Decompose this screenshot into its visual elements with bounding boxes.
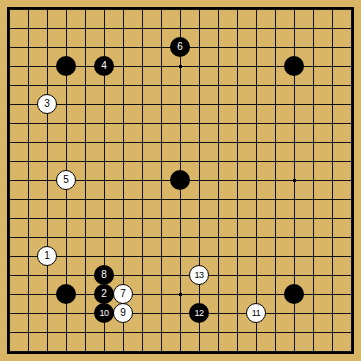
setup-black-stone-Q4 <box>284 284 304 304</box>
setup-black-stone-D4 <box>56 284 76 304</box>
go-board-diagram: 12345678910111213 <box>0 0 361 361</box>
move-5-white-stone-D10: 5 <box>56 170 76 190</box>
star-point-K4 <box>179 293 182 296</box>
move-8-black-stone-F5: 8 <box>94 265 114 285</box>
move-13-white-stone-L5: 13 <box>189 265 209 285</box>
star-point-Q10 <box>293 179 296 182</box>
move-7-white-stone-G4: 7 <box>113 284 133 304</box>
move-2-black-stone-F4: 2 <box>94 284 114 304</box>
move-11-white-stone-O3: 11 <box>246 303 266 323</box>
setup-black-stone-Q16 <box>284 56 304 76</box>
move-12-black-stone-L3: 12 <box>189 303 209 323</box>
move-9-white-stone-G3: 9 <box>113 303 133 323</box>
move-6-black-stone-K17: 6 <box>170 37 190 57</box>
move-10-black-stone-F3: 10 <box>94 303 114 323</box>
move-4-black-stone-F16: 4 <box>94 56 114 76</box>
setup-black-stone-K10 <box>170 170 190 190</box>
move-3-white-stone-C14: 3 <box>37 94 57 114</box>
setup-black-stone-D16 <box>56 56 76 76</box>
move-1-white-stone-C6: 1 <box>37 246 57 266</box>
star-point-K16 <box>179 65 182 68</box>
